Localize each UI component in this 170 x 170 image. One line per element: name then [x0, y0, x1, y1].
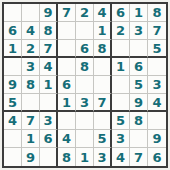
cell-r4c5: 8: [76, 58, 94, 76]
cell-r7c3: 3: [40, 112, 58, 130]
cell-r5c2: 8: [22, 76, 40, 94]
cell-r4c4[interactable]: [58, 58, 76, 76]
cell-r8c7: 3: [112, 130, 130, 148]
cell-r1c5: 2: [76, 4, 94, 22]
sudoku-page: 9724618648123712768534816981653513794473…: [0, 0, 170, 170]
cell-r3c3: 7: [40, 40, 58, 58]
cell-r1c3: 9: [40, 4, 58, 22]
cell-r1c9: 8: [148, 4, 166, 22]
cell-r3c4[interactable]: [58, 40, 76, 58]
cell-r7c7: 5: [112, 112, 130, 130]
cell-r4c9[interactable]: [148, 58, 166, 76]
cell-r9c5: 1: [76, 148, 94, 166]
cell-r8c5[interactable]: [76, 130, 94, 148]
cell-r2c1: 6: [4, 22, 22, 40]
cell-r1c1[interactable]: [4, 4, 22, 22]
cell-r4c1[interactable]: [4, 58, 22, 76]
cell-r6c8: 9: [130, 94, 148, 112]
cell-r6c5: 3: [76, 94, 94, 112]
cell-r7c4[interactable]: [58, 112, 76, 130]
cell-r9c9: 6: [148, 148, 166, 166]
cell-r8c2: 1: [22, 130, 40, 148]
cell-r5c3: 1: [40, 76, 58, 94]
cell-r2c8: 3: [130, 22, 148, 40]
cell-r5c7[interactable]: [112, 76, 130, 94]
cell-r3c9: 5: [148, 40, 166, 58]
cell-r8c1[interactable]: [4, 130, 22, 148]
cell-r6c4: 1: [58, 94, 76, 112]
cell-r6c7[interactable]: [112, 94, 130, 112]
cell-r5c5[interactable]: [76, 76, 94, 94]
cell-r2c9: 7: [148, 22, 166, 40]
cell-r2c7: 2: [112, 22, 130, 40]
cell-r7c1: 4: [4, 112, 22, 130]
cell-r5c9: 3: [148, 76, 166, 94]
cell-r8c9: 9: [148, 130, 166, 148]
cell-r3c6: 8: [94, 40, 112, 58]
cell-r9c1[interactable]: [4, 148, 22, 166]
cell-r4c6[interactable]: [94, 58, 112, 76]
cell-r2c5[interactable]: [76, 22, 94, 40]
cell-r2c6: 1: [94, 22, 112, 40]
cell-r1c4: 7: [58, 4, 76, 22]
cell-r9c6: 3: [94, 148, 112, 166]
cell-r4c3: 4: [40, 58, 58, 76]
cell-r6c1: 5: [4, 94, 22, 112]
cell-r3c8[interactable]: [130, 40, 148, 58]
cell-r8c3: 6: [40, 130, 58, 148]
cell-r6c6: 7: [94, 94, 112, 112]
cell-r7c9[interactable]: [148, 112, 166, 130]
cell-r2c4[interactable]: [58, 22, 76, 40]
cell-r2c3: 8: [40, 22, 58, 40]
cell-r1c7: 6: [112, 4, 130, 22]
cell-r9c3[interactable]: [40, 148, 58, 166]
cell-r7c6[interactable]: [94, 112, 112, 130]
cell-r4c2: 3: [22, 58, 40, 76]
cell-r7c2: 7: [22, 112, 40, 130]
cell-r9c7: 4: [112, 148, 130, 166]
cell-r6c9: 4: [148, 94, 166, 112]
cell-r5c1: 9: [4, 76, 22, 94]
cell-r1c8: 1: [130, 4, 148, 22]
cell-r4c7: 1: [112, 58, 130, 76]
cell-r5c4: 6: [58, 76, 76, 94]
cell-r8c8[interactable]: [130, 130, 148, 148]
cell-r5c8: 5: [130, 76, 148, 94]
cell-r2c2: 4: [22, 22, 40, 40]
cell-r9c2: 9: [22, 148, 40, 166]
cell-r6c3[interactable]: [40, 94, 58, 112]
cell-r3c5: 6: [76, 40, 94, 58]
cell-r7c5[interactable]: [76, 112, 94, 130]
sudoku-board: 9724618648123712768534816981653513794473…: [2, 2, 168, 168]
cell-r1c2[interactable]: [22, 4, 40, 22]
cell-r6c2[interactable]: [22, 94, 40, 112]
cell-r3c7[interactable]: [112, 40, 130, 58]
cell-r9c8: 7: [130, 148, 148, 166]
cell-r8c4: 4: [58, 130, 76, 148]
cell-r5c6[interactable]: [94, 76, 112, 94]
cell-r1c6: 4: [94, 4, 112, 22]
cell-r3c2: 2: [22, 40, 40, 58]
cell-r3c1: 1: [4, 40, 22, 58]
cell-r7c8: 8: [130, 112, 148, 130]
cell-r9c4: 8: [58, 148, 76, 166]
cell-r8c6: 5: [94, 130, 112, 148]
cell-r4c8: 6: [130, 58, 148, 76]
